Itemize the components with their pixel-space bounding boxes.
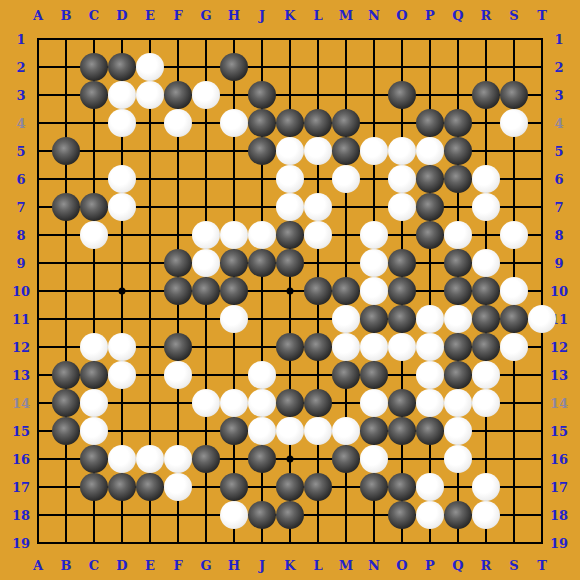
stone-white-D6[interactable] bbox=[108, 165, 136, 193]
stone-white-O12[interactable] bbox=[388, 333, 416, 361]
stone-black-K12[interactable] bbox=[276, 333, 304, 361]
coord-label-left-9: 9 bbox=[16, 257, 25, 270]
coord-label-left-2: 2 bbox=[16, 61, 25, 74]
stone-white-G9[interactable] bbox=[192, 249, 220, 277]
stone-white-R6[interactable] bbox=[472, 165, 500, 193]
stone-white-K15[interactable] bbox=[276, 417, 304, 445]
stone-white-G14[interactable] bbox=[192, 389, 220, 417]
coord-label-bottom-R: R bbox=[481, 559, 492, 572]
stone-black-R10[interactable] bbox=[472, 277, 500, 305]
stone-white-J14[interactable] bbox=[248, 389, 276, 417]
coord-label-left-11: 11 bbox=[12, 313, 30, 326]
stone-white-L7[interactable] bbox=[304, 193, 332, 221]
stone-black-G10[interactable] bbox=[192, 277, 220, 305]
coord-label-top-Q: Q bbox=[452, 9, 463, 22]
stone-black-H17[interactable] bbox=[220, 473, 248, 501]
stone-black-B13[interactable] bbox=[52, 361, 80, 389]
stone-black-S11[interactable] bbox=[500, 305, 528, 333]
stone-black-N11[interactable] bbox=[360, 305, 388, 333]
coord-label-top-K: K bbox=[284, 9, 295, 22]
coord-label-top-H: H bbox=[228, 9, 240, 22]
stone-white-L5[interactable] bbox=[304, 137, 332, 165]
coord-label-bottom-Q: Q bbox=[452, 559, 463, 572]
stone-white-J15[interactable] bbox=[248, 417, 276, 445]
stone-white-P11[interactable] bbox=[416, 305, 444, 333]
stone-black-K18[interactable] bbox=[276, 501, 304, 529]
coord-label-left-17: 17 bbox=[12, 481, 30, 494]
stone-white-O5[interactable] bbox=[388, 137, 416, 165]
stone-black-M5[interactable] bbox=[332, 137, 360, 165]
stone-white-C15[interactable] bbox=[80, 417, 108, 445]
stone-white-E16[interactable] bbox=[136, 445, 164, 473]
stone-white-C14[interactable] bbox=[80, 389, 108, 417]
coord-label-right-9: 9 bbox=[554, 257, 563, 270]
stone-black-L14[interactable] bbox=[304, 389, 332, 417]
stone-black-C13[interactable] bbox=[80, 361, 108, 389]
coord-label-right-4: 4 bbox=[554, 117, 563, 130]
stone-black-M16[interactable] bbox=[332, 445, 360, 473]
star-point-D10 bbox=[119, 288, 126, 295]
coord-label-bottom-P: P bbox=[425, 559, 435, 572]
stone-white-J8[interactable] bbox=[248, 221, 276, 249]
coord-label-left-5: 5 bbox=[16, 145, 25, 158]
stone-white-N8[interactable] bbox=[360, 221, 388, 249]
stone-black-E17[interactable] bbox=[136, 473, 164, 501]
stone-white-N16[interactable] bbox=[360, 445, 388, 473]
coord-label-right-5: 5 bbox=[554, 145, 563, 158]
stone-black-R3[interactable] bbox=[472, 81, 500, 109]
stone-black-O9[interactable] bbox=[388, 249, 416, 277]
stone-white-M11[interactable] bbox=[332, 305, 360, 333]
stone-black-N13[interactable] bbox=[360, 361, 388, 389]
stone-black-P15[interactable] bbox=[416, 417, 444, 445]
stone-black-S3[interactable] bbox=[500, 81, 528, 109]
stone-black-Q5[interactable] bbox=[444, 137, 472, 165]
stone-black-O18[interactable] bbox=[388, 501, 416, 529]
coord-label-right-15: 15 bbox=[550, 425, 568, 438]
stone-black-P6[interactable] bbox=[416, 165, 444, 193]
coord-label-bottom-H: H bbox=[228, 559, 240, 572]
coord-label-right-1: 1 bbox=[554, 33, 563, 46]
coord-label-right-17: 17 bbox=[550, 481, 568, 494]
stone-white-F17[interactable] bbox=[164, 473, 192, 501]
stone-white-N10[interactable] bbox=[360, 277, 388, 305]
stone-white-M15[interactable] bbox=[332, 417, 360, 445]
stone-black-O3[interactable] bbox=[388, 81, 416, 109]
coord-label-top-C: C bbox=[89, 9, 99, 22]
coord-label-right-12: 12 bbox=[550, 341, 568, 354]
stone-black-K14[interactable] bbox=[276, 389, 304, 417]
stone-black-Q18[interactable] bbox=[444, 501, 472, 529]
stone-black-N15[interactable] bbox=[360, 417, 388, 445]
coord-label-right-7: 7 bbox=[554, 201, 563, 214]
coord-label-right-10: 10 bbox=[550, 285, 568, 298]
stone-white-D3[interactable] bbox=[108, 81, 136, 109]
stone-black-R11[interactable] bbox=[472, 305, 500, 333]
coord-label-left-12: 12 bbox=[12, 341, 30, 354]
stone-black-J9[interactable] bbox=[248, 249, 276, 277]
coord-label-left-10: 10 bbox=[12, 285, 30, 298]
stone-black-F12[interactable] bbox=[164, 333, 192, 361]
stone-black-H2[interactable] bbox=[220, 53, 248, 81]
stone-white-P13[interactable] bbox=[416, 361, 444, 389]
stone-black-C2[interactable] bbox=[80, 53, 108, 81]
coord-label-top-N: N bbox=[368, 9, 380, 22]
stone-black-L10[interactable] bbox=[304, 277, 332, 305]
coord-label-right-6: 6 bbox=[554, 173, 563, 186]
stone-white-R9[interactable] bbox=[472, 249, 500, 277]
stone-white-O6[interactable] bbox=[388, 165, 416, 193]
coord-label-right-18: 18 bbox=[550, 509, 568, 522]
coord-label-top-P: P bbox=[425, 9, 435, 22]
stone-black-N17[interactable] bbox=[360, 473, 388, 501]
stone-white-D16[interactable] bbox=[108, 445, 136, 473]
stone-white-Q8[interactable] bbox=[444, 221, 472, 249]
stone-black-K8[interactable] bbox=[276, 221, 304, 249]
stone-white-G3[interactable] bbox=[192, 81, 220, 109]
stone-black-B5[interactable] bbox=[52, 137, 80, 165]
stone-white-P17[interactable] bbox=[416, 473, 444, 501]
stone-black-M13[interactable] bbox=[332, 361, 360, 389]
stone-black-Q9[interactable] bbox=[444, 249, 472, 277]
coord-label-bottom-F: F bbox=[173, 559, 182, 572]
stone-black-O11[interactable] bbox=[388, 305, 416, 333]
stone-black-K9[interactable] bbox=[276, 249, 304, 277]
coord-label-left-1: 1 bbox=[16, 33, 25, 46]
coord-label-left-3: 3 bbox=[16, 89, 25, 102]
stone-white-D4[interactable] bbox=[108, 109, 136, 137]
stone-black-C7[interactable] bbox=[80, 193, 108, 221]
stone-black-F3[interactable] bbox=[164, 81, 192, 109]
coord-label-bottom-O: O bbox=[396, 559, 407, 572]
coord-label-top-S: S bbox=[509, 9, 518, 22]
coord-label-top-T: T bbox=[537, 9, 547, 22]
stone-white-P12[interactable] bbox=[416, 333, 444, 361]
grid-line-vertical bbox=[541, 38, 543, 544]
stone-white-Q16[interactable] bbox=[444, 445, 472, 473]
coord-label-left-6: 6 bbox=[16, 173, 25, 186]
stone-black-Q6[interactable] bbox=[444, 165, 472, 193]
stone-black-F10[interactable] bbox=[164, 277, 192, 305]
stone-white-S12[interactable] bbox=[500, 333, 528, 361]
stone-black-Q4[interactable] bbox=[444, 109, 472, 137]
coord-label-left-19: 19 bbox=[12, 537, 30, 550]
stone-white-Q11[interactable] bbox=[444, 305, 472, 333]
stone-black-H15[interactable] bbox=[220, 417, 248, 445]
stone-black-J18[interactable] bbox=[248, 501, 276, 529]
coord-label-top-E: E bbox=[145, 9, 155, 22]
stone-white-M6[interactable] bbox=[332, 165, 360, 193]
stone-white-C12[interactable] bbox=[80, 333, 108, 361]
grid-line-horizontal bbox=[37, 542, 543, 544]
stone-white-Q14[interactable] bbox=[444, 389, 472, 417]
stone-white-Q15[interactable] bbox=[444, 417, 472, 445]
stone-white-E2[interactable] bbox=[136, 53, 164, 81]
coord-label-bottom-E: E bbox=[145, 559, 155, 572]
stone-black-J16[interactable] bbox=[248, 445, 276, 473]
stone-black-C16[interactable] bbox=[80, 445, 108, 473]
stone-black-O15[interactable] bbox=[388, 417, 416, 445]
stone-white-S8[interactable] bbox=[500, 221, 528, 249]
stone-black-B7[interactable] bbox=[52, 193, 80, 221]
stone-black-P7[interactable] bbox=[416, 193, 444, 221]
stone-black-B15[interactable] bbox=[52, 417, 80, 445]
coord-label-top-G: G bbox=[200, 9, 211, 22]
coord-label-left-13: 13 bbox=[12, 369, 30, 382]
stone-white-P18[interactable] bbox=[416, 501, 444, 529]
coord-label-left-8: 8 bbox=[16, 229, 25, 242]
coord-label-bottom-S: S bbox=[509, 559, 518, 572]
go-board[interactable]: AABBCCDDEEFFGGHHJJKKLLMMNNOOPPQQRRSSTT11… bbox=[0, 0, 580, 580]
coord-label-bottom-D: D bbox=[116, 559, 127, 572]
stone-white-K6[interactable] bbox=[276, 165, 304, 193]
coord-label-top-O: O bbox=[396, 9, 407, 22]
stone-white-S10[interactable] bbox=[500, 277, 528, 305]
stone-black-Q12[interactable] bbox=[444, 333, 472, 361]
coord-label-bottom-M: M bbox=[339, 559, 353, 572]
coord-label-bottom-T: T bbox=[537, 559, 547, 572]
stone-black-L17[interactable] bbox=[304, 473, 332, 501]
stone-white-K7[interactable] bbox=[276, 193, 304, 221]
coord-label-top-F: F bbox=[173, 9, 182, 22]
stone-white-H4[interactable] bbox=[220, 109, 248, 137]
coord-label-top-A: A bbox=[33, 9, 43, 22]
stone-white-G8[interactable] bbox=[192, 221, 220, 249]
coord-label-right-16: 16 bbox=[550, 453, 568, 466]
stone-white-D7[interactable] bbox=[108, 193, 136, 221]
coord-label-left-4: 4 bbox=[16, 117, 25, 130]
star-point-K16 bbox=[287, 456, 294, 463]
coord-label-right-3: 3 bbox=[554, 89, 563, 102]
stone-white-F16[interactable] bbox=[164, 445, 192, 473]
coord-label-bottom-A: A bbox=[33, 559, 43, 572]
stone-black-O17[interactable] bbox=[388, 473, 416, 501]
stone-white-C8[interactable] bbox=[80, 221, 108, 249]
stone-black-K17[interactable] bbox=[276, 473, 304, 501]
stone-black-R12[interactable] bbox=[472, 333, 500, 361]
coord-label-bottom-K: K bbox=[284, 559, 295, 572]
stone-black-H10[interactable] bbox=[220, 277, 248, 305]
coord-label-left-18: 18 bbox=[12, 509, 30, 522]
stone-white-N12[interactable] bbox=[360, 333, 388, 361]
stone-white-D13[interactable] bbox=[108, 361, 136, 389]
stone-white-H11[interactable] bbox=[220, 305, 248, 333]
stone-black-K4[interactable] bbox=[276, 109, 304, 137]
coord-label-bottom-C: C bbox=[89, 559, 99, 572]
stone-black-P8[interactable] bbox=[416, 221, 444, 249]
coord-label-bottom-G: G bbox=[200, 559, 211, 572]
stone-white-R7[interactable] bbox=[472, 193, 500, 221]
stone-white-P14[interactable] bbox=[416, 389, 444, 417]
stone-white-N9[interactable] bbox=[360, 249, 388, 277]
stone-white-R18[interactable] bbox=[472, 501, 500, 529]
stone-black-C3[interactable] bbox=[80, 81, 108, 109]
stone-black-Q13[interactable] bbox=[444, 361, 472, 389]
coord-label-top-R: R bbox=[481, 9, 492, 22]
coord-label-top-B: B bbox=[61, 9, 72, 22]
stone-black-D2[interactable] bbox=[108, 53, 136, 81]
coord-label-top-D: D bbox=[116, 9, 127, 22]
stone-white-T11[interactable] bbox=[528, 305, 556, 333]
stone-white-K5[interactable] bbox=[276, 137, 304, 165]
stone-black-M10[interactable] bbox=[332, 277, 360, 305]
stone-white-H18[interactable] bbox=[220, 501, 248, 529]
stone-white-N5[interactable] bbox=[360, 137, 388, 165]
coord-label-top-J: J bbox=[259, 9, 265, 22]
stone-white-O7[interactable] bbox=[388, 193, 416, 221]
coord-label-left-15: 15 bbox=[12, 425, 30, 438]
stone-black-B14[interactable] bbox=[52, 389, 80, 417]
coord-label-top-L: L bbox=[313, 9, 322, 22]
stone-black-D17[interactable] bbox=[108, 473, 136, 501]
stone-white-S4[interactable] bbox=[500, 109, 528, 137]
stone-white-R14[interactable] bbox=[472, 389, 500, 417]
coord-label-right-14: 14 bbox=[550, 397, 568, 410]
coord-label-right-19: 19 bbox=[550, 537, 568, 550]
stone-black-O10[interactable] bbox=[388, 277, 416, 305]
coord-label-right-8: 8 bbox=[554, 229, 563, 242]
stone-white-R13[interactable] bbox=[472, 361, 500, 389]
coord-label-left-16: 16 bbox=[12, 453, 30, 466]
stone-black-J4[interactable] bbox=[248, 109, 276, 137]
stone-white-F4[interactable] bbox=[164, 109, 192, 137]
stone-black-H9[interactable] bbox=[220, 249, 248, 277]
stone-black-J5[interactable] bbox=[248, 137, 276, 165]
stone-white-N14[interactable] bbox=[360, 389, 388, 417]
stone-white-J13[interactable] bbox=[248, 361, 276, 389]
stone-white-M12[interactable] bbox=[332, 333, 360, 361]
stone-white-L8[interactable] bbox=[304, 221, 332, 249]
stone-black-L4[interactable] bbox=[304, 109, 332, 137]
stone-white-L15[interactable] bbox=[304, 417, 332, 445]
star-point-K10 bbox=[287, 288, 294, 295]
coord-label-bottom-B: B bbox=[61, 559, 72, 572]
coord-label-bottom-J: J bbox=[259, 559, 265, 572]
coord-label-bottom-L: L bbox=[313, 559, 322, 572]
stone-white-P5[interactable] bbox=[416, 137, 444, 165]
stone-white-H8[interactable] bbox=[220, 221, 248, 249]
stone-white-D12[interactable] bbox=[108, 333, 136, 361]
coord-label-left-14: 14 bbox=[12, 397, 30, 410]
stone-black-O14[interactable] bbox=[388, 389, 416, 417]
coord-label-left-7: 7 bbox=[16, 201, 25, 214]
stone-black-L12[interactable] bbox=[304, 333, 332, 361]
stone-white-H14[interactable] bbox=[220, 389, 248, 417]
stone-white-F13[interactable] bbox=[164, 361, 192, 389]
coord-label-top-M: M bbox=[339, 9, 353, 22]
coord-label-right-13: 13 bbox=[550, 369, 568, 382]
stone-black-M4[interactable] bbox=[332, 109, 360, 137]
stone-black-J3[interactable] bbox=[248, 81, 276, 109]
coord-label-bottom-N: N bbox=[368, 559, 380, 572]
stone-black-G16[interactable] bbox=[192, 445, 220, 473]
coord-label-right-2: 2 bbox=[554, 61, 563, 74]
stone-white-R17[interactable] bbox=[472, 473, 500, 501]
stone-white-E3[interactable] bbox=[136, 81, 164, 109]
stone-black-P4[interactable] bbox=[416, 109, 444, 137]
stone-black-F9[interactable] bbox=[164, 249, 192, 277]
stone-black-Q10[interactable] bbox=[444, 277, 472, 305]
stone-black-C17[interactable] bbox=[80, 473, 108, 501]
